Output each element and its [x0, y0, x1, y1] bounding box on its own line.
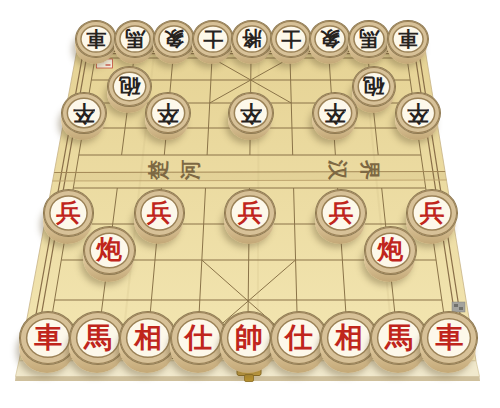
piece-face: 兵: [315, 189, 366, 236]
piece-black-soldier[interactable]: 卒: [61, 92, 105, 140]
piece-glyph: 卒: [324, 102, 346, 124]
piece-red-elephant[interactable]: 相: [320, 311, 376, 373]
piece-black-soldier[interactable]: 卒: [228, 92, 272, 140]
piece-glyph: 兵: [56, 201, 81, 226]
piece-red-general[interactable]: 帥: [220, 311, 276, 373]
piece-glyph: 車: [34, 324, 62, 352]
piece-glyph: 卒: [407, 102, 429, 124]
piece-face: 士: [270, 20, 312, 59]
piece-glyph: 車: [435, 324, 463, 352]
piece-glyph: 兵: [147, 201, 172, 226]
piece-glyph: 炮: [377, 237, 403, 263]
piece-glyph: 將: [242, 29, 262, 49]
piece-glyph: 炮: [96, 237, 122, 263]
piece-face: 兵: [224, 189, 275, 236]
piece-glyph: 馬: [385, 324, 413, 352]
piece-red-chariot[interactable]: 車: [19, 311, 75, 373]
piece-glyph: 砲: [119, 76, 140, 97]
piece-glyph: 馬: [125, 29, 145, 49]
piece-glyph: 象: [164, 29, 184, 49]
piece-red-soldier[interactable]: 兵: [224, 189, 273, 243]
piece-black-elephant[interactable]: 象: [309, 20, 349, 64]
piece-black-chariot[interactable]: 車: [75, 20, 115, 64]
piece-glyph: 兵: [420, 201, 445, 226]
piece-red-soldier[interactable]: 兵: [134, 189, 183, 243]
piece-black-horse[interactable]: 馬: [114, 20, 154, 64]
piece-face: 卒: [145, 92, 191, 134]
piece-black-general[interactable]: 將: [231, 20, 271, 64]
piece-glyph: 馬: [359, 29, 379, 49]
piece-glyph: 卒: [73, 102, 95, 124]
piece-glyph: 砲: [363, 76, 384, 97]
piece-red-horse[interactable]: 馬: [69, 311, 125, 373]
piece-face: 象: [309, 20, 351, 59]
piece-black-advisor[interactable]: 士: [270, 20, 310, 64]
piece-glyph: 卒: [157, 102, 179, 124]
piece-glyph: 兵: [238, 201, 263, 226]
piece-glyph: 仕: [285, 324, 313, 352]
piece-glyph: 象: [320, 29, 340, 49]
piece-face: 炮: [364, 226, 417, 275]
piece-red-cannon[interactable]: 炮: [364, 226, 415, 282]
piece-glyph: 士: [203, 29, 223, 49]
piece-face: 兵: [134, 189, 185, 236]
piece-red-chariot[interactable]: 車: [420, 311, 476, 373]
pieces-layer: 車馬象士將士象馬車砲砲卒卒卒卒卒兵兵兵兵兵炮炮車馬相仕帥仕相馬車: [0, 0, 500, 408]
piece-red-horse[interactable]: 馬: [370, 311, 426, 373]
piece-red-soldier[interactable]: 兵: [315, 189, 364, 243]
piece-glyph: 兵: [329, 201, 354, 226]
piece-red-advisor[interactable]: 仕: [270, 311, 326, 373]
piece-glyph: 仕: [185, 324, 213, 352]
piece-glyph: 相: [335, 324, 363, 352]
piece-face: 炮: [83, 226, 136, 275]
piece-glyph: 車: [398, 29, 418, 49]
piece-black-soldier[interactable]: 卒: [312, 92, 356, 140]
piece-face: 馬: [114, 20, 156, 59]
piece-glyph: 帥: [235, 324, 263, 352]
piece-black-soldier[interactable]: 卒: [395, 92, 439, 140]
piece-black-elephant[interactable]: 象: [153, 20, 193, 64]
piece-face: 卒: [395, 92, 441, 134]
piece-face: 士: [192, 20, 234, 59]
piece-glyph: 士: [281, 29, 301, 49]
piece-glyph: 卒: [240, 102, 262, 124]
piece-black-advisor[interactable]: 士: [192, 20, 232, 64]
piece-black-cannon[interactable]: 砲: [107, 66, 150, 113]
piece-red-elephant[interactable]: 相: [119, 311, 175, 373]
piece-face: 將: [231, 20, 273, 59]
piece-red-cannon[interactable]: 炮: [83, 226, 134, 282]
piece-face: 車: [420, 311, 478, 365]
xiangqi-scene: 楚河汉界40 車馬象士將士象馬車砲砲卒卒卒卒卒兵兵兵兵兵炮炮車馬相仕帥仕相馬車: [0, 0, 500, 408]
piece-glyph: 相: [134, 324, 162, 352]
piece-face: 車: [75, 20, 117, 59]
piece-red-advisor[interactable]: 仕: [170, 311, 226, 373]
piece-face: 砲: [352, 66, 397, 107]
piece-face: 車: [387, 20, 429, 59]
piece-face: 象: [153, 20, 195, 59]
piece-black-soldier[interactable]: 卒: [145, 92, 189, 140]
piece-glyph: 車: [86, 29, 106, 49]
piece-black-cannon[interactable]: 砲: [352, 66, 395, 113]
piece-black-horse[interactable]: 馬: [348, 20, 388, 64]
piece-face: 卒: [312, 92, 358, 134]
piece-face: 馬: [348, 20, 390, 59]
piece-face: 卒: [228, 92, 274, 134]
piece-glyph: 馬: [84, 324, 112, 352]
piece-black-chariot[interactable]: 車: [387, 20, 427, 64]
